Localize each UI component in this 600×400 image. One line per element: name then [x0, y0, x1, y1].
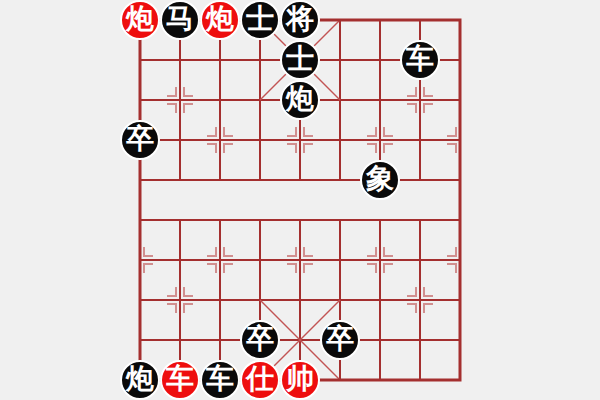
piece-black-advisor[interactable]: 士 [280, 40, 320, 80]
piece-glyph: 炮 [126, 365, 154, 393]
piece-glyph: 士 [246, 5, 274, 33]
piece-glyph: 卒 [246, 325, 274, 353]
piece-glyph: 车 [166, 365, 194, 393]
piece-black-advisor[interactable]: 士 [240, 0, 280, 40]
piece-red-chariot[interactable]: 车 [160, 360, 200, 400]
piece-glyph: 炮 [206, 5, 234, 33]
piece-glyph: 车 [206, 365, 234, 393]
piece-black-horse[interactable]: 马 [160, 0, 200, 40]
xiangqi-diagram: 炮马炮士将士车炮卒象卒卒炮车车仕帅 [0, 0, 600, 400]
piece-glyph: 卒 [326, 325, 354, 353]
piece-glyph: 仕 [246, 365, 274, 393]
piece-black-cannon[interactable]: 炮 [120, 360, 160, 400]
piece-glyph: 将 [286, 5, 314, 33]
piece-black-soldier[interactable]: 卒 [240, 320, 280, 360]
piece-glyph: 车 [406, 45, 434, 73]
piece-black-chariot[interactable]: 车 [200, 360, 240, 400]
piece-red-cannon[interactable]: 炮 [200, 0, 240, 40]
piece-glyph: 炮 [286, 85, 314, 113]
piece-red-general[interactable]: 帅 [280, 360, 320, 400]
piece-red-advisor[interactable]: 仕 [240, 360, 280, 400]
piece-black-chariot[interactable]: 车 [400, 40, 440, 80]
piece-black-soldier[interactable]: 卒 [120, 120, 160, 160]
piece-black-cannon[interactable]: 炮 [280, 80, 320, 120]
piece-red-cannon[interactable]: 炮 [120, 0, 160, 40]
piece-glyph: 炮 [126, 5, 154, 33]
piece-black-soldier[interactable]: 卒 [320, 320, 360, 360]
piece-black-general[interactable]: 将 [280, 0, 320, 40]
pieces-layer: 炮马炮士将士车炮卒象卒卒炮车车仕帅 [120, 0, 480, 400]
piece-glyph: 马 [166, 5, 194, 33]
piece-glyph: 卒 [126, 125, 154, 153]
piece-black-elephant[interactable]: 象 [360, 160, 400, 200]
piece-glyph: 士 [286, 45, 314, 73]
piece-glyph: 帅 [286, 365, 314, 393]
piece-glyph: 象 [366, 165, 394, 193]
